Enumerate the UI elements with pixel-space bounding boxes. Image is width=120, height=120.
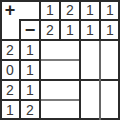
cell-r4c3[interactable] (80, 100, 100, 120)
cell-r3c3[interactable] (80, 80, 100, 100)
col-plus-clue-1: 1 (40, 0, 60, 20)
row-plus-clue-1: 2 (0, 40, 20, 60)
col-plus-clue-2: 2 (60, 0, 80, 20)
row-plus-clue-4: 1 (0, 100, 20, 120)
cell-r1c1[interactable] (40, 40, 60, 60)
plus-icon: + (0, 0, 20, 20)
col-minus-clue-1: 2 (40, 20, 60, 40)
col-plus-clue-4: 1 (100, 0, 120, 20)
cell-r3c2[interactable] (60, 80, 80, 100)
cell-r2c3[interactable] (80, 60, 100, 80)
cell-r1c3[interactable] (80, 40, 100, 60)
row-minus-clue-2: 1 (20, 60, 40, 80)
cell-r3c4[interactable] (100, 80, 120, 100)
row-minus-clue-1: 1 (20, 40, 40, 60)
row-plus-clue-2: 0 (0, 60, 20, 80)
cell-r4c2[interactable] (60, 100, 80, 120)
magnets-board: + 1 2 1 1 2 1 1 1 2 0 2 1 1 1 1 2 − (0, 0, 120, 120)
row-plus-clue-3: 2 (0, 80, 20, 100)
col-minus-clue-4: 1 (100, 20, 120, 40)
corner-plus-region: + (0, 0, 40, 40)
col-minus-clue-2: 1 (60, 20, 80, 40)
row-minus-clue-4: 2 (20, 100, 40, 120)
cell-r1c2[interactable] (60, 40, 80, 60)
col-minus-clue-3: 1 (80, 20, 100, 40)
cell-r4c1[interactable] (40, 100, 60, 120)
col-plus-clue-3: 1 (80, 0, 100, 20)
cell-r3c1[interactable] (40, 80, 60, 100)
cell-r4c4[interactable] (100, 100, 120, 120)
cell-r2c1[interactable] (40, 60, 60, 80)
cell-r2c4[interactable] (100, 60, 120, 80)
cell-r2c2[interactable] (60, 60, 80, 80)
row-minus-clue-3: 1 (20, 80, 40, 100)
cell-r1c4[interactable] (100, 40, 120, 60)
